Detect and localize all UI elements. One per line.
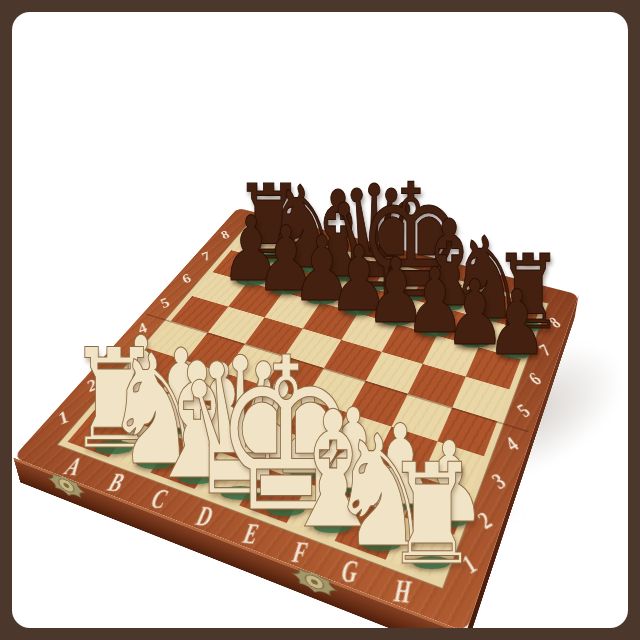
file-labels: ABCDEFGH	[44, 447, 435, 616]
square-e2	[263, 431, 329, 483]
square-d3	[242, 385, 305, 431]
square-a1	[68, 408, 136, 457]
square-c1	[150, 437, 219, 489]
product-photo: ABCDEFGH 87654321 87654321	[0, 0, 640, 640]
square-e1	[239, 467, 308, 523]
square-c2	[177, 403, 243, 451]
rank-label-1: 1	[35, 388, 94, 451]
square-f4	[348, 381, 408, 427]
square-g5	[408, 364, 466, 408]
photo-background: ABCDEFGH 87654321 87654321	[12, 12, 628, 628]
square-f2	[308, 446, 374, 499]
square-d1	[194, 451, 263, 505]
chess-board: ABCDEFGH 87654321 87654321	[13, 208, 579, 628]
square-h5	[452, 376, 510, 421]
square-b1	[108, 422, 177, 472]
square-g2	[355, 461, 421, 516]
square-f3	[329, 412, 392, 461]
square-g3	[374, 426, 437, 477]
square-b2	[136, 390, 201, 437]
square-g4	[392, 394, 452, 441]
square-f1	[286, 483, 355, 541]
square-h2	[404, 477, 470, 534]
square-c3	[201, 372, 264, 417]
square-e3	[285, 398, 348, 446]
square-e4	[305, 368, 365, 412]
square-h3	[421, 441, 484, 494]
square-d2	[219, 417, 285, 467]
square-g1	[335, 499, 404, 559]
square-h4	[437, 407, 497, 456]
square-a2	[96, 377, 161, 422]
scene: ABCDEFGH 87654321 87654321	[12, 12, 628, 628]
square-h1	[385, 517, 454, 579]
